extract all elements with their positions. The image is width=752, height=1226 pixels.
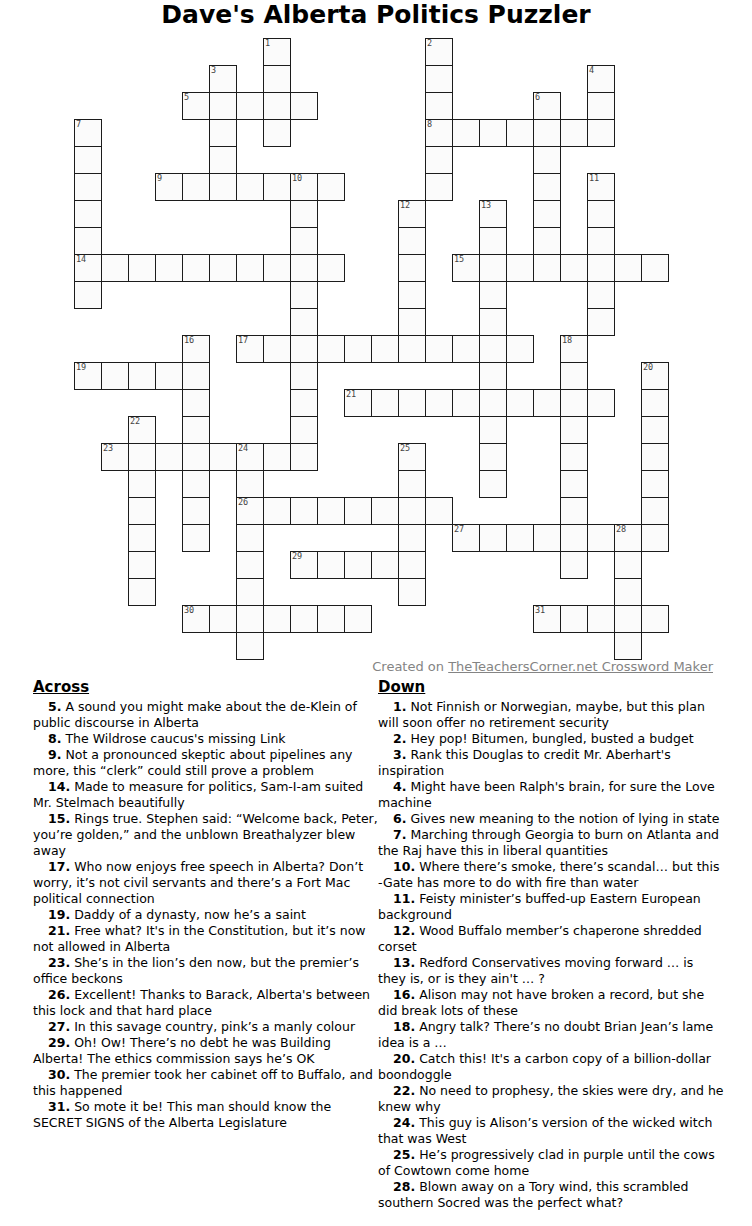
cell-number-22: 22: [130, 417, 140, 426]
cell-number-23: 23: [103, 444, 113, 453]
grid-cell-r2c7: [263, 92, 291, 120]
grid-cell-r17c21: [641, 497, 669, 525]
grid-cell-r8c20: [614, 254, 642, 282]
grid-cell-r8c16: [506, 254, 534, 282]
clue-number: 2.: [393, 731, 406, 746]
clue-number: 16.: [393, 987, 415, 1002]
clue-down-11: 11. Feisty minister’s buffed-up Eastern …: [378, 891, 724, 923]
cell-number-24: 24: [238, 444, 248, 453]
crossword-grid: 1234567891011121314151617181920212223242…: [74, 38, 669, 660]
grid-cell-r20c20: [614, 578, 642, 606]
clue-number: 11.: [393, 891, 415, 906]
grid-cell-r8c12: [398, 254, 426, 282]
grid-cell-r21c8: [290, 605, 318, 633]
clue-down-1: 1. Not Finnish or Norwegian, maybe, but …: [378, 699, 724, 731]
grid-cell-r13c12: [398, 389, 426, 417]
grid-cell-r8c4: [182, 254, 210, 282]
grid-cell-r17c4: [182, 497, 210, 525]
clue-number: 29.: [48, 1035, 70, 1050]
grid-cell-r1c5: 3: [209, 65, 237, 93]
clue-down-12: 12. Wood Buffalo member’s chaperone shre…: [378, 923, 724, 955]
grid-cell-r14c8: [290, 416, 318, 444]
grid-cell-r13c21: [641, 389, 669, 417]
cell-number-10: 10: [292, 174, 302, 183]
grid-cell-r20c2: [128, 578, 156, 606]
grid-cell-r4c0: [74, 146, 102, 174]
cell-number-4: 4: [589, 66, 594, 75]
grid-cell-r7c15: [479, 227, 507, 255]
grid-cell-r3c19: [587, 119, 615, 147]
clue-down-20: 20. Catch this! It's a carbon copy of a …: [378, 1051, 724, 1083]
down-header: Down: [378, 678, 724, 696]
clue-number: 1.: [393, 699, 406, 714]
grid-cell-r20c12: [398, 578, 426, 606]
grid-cell-r8c8: [290, 254, 318, 282]
grid-cell-r8c1: [101, 254, 129, 282]
cell-number-9: 9: [157, 174, 162, 183]
grid-cell-r12c18: [560, 362, 588, 390]
grid-cell-r8c3: [155, 254, 183, 282]
clue-number: 23.: [48, 955, 70, 970]
grid-cell-r17c8: [290, 497, 318, 525]
grid-cell-r15c6: 24: [236, 443, 264, 471]
clue-down-2: 2. Hey pop! Bitumen, bungled, busted a b…: [378, 731, 724, 747]
cell-number-1: 1: [265, 39, 270, 48]
grid-cell-r9c12: [398, 281, 426, 309]
grid-cell-r10c8: [290, 308, 318, 336]
grid-cell-r3c13: 8: [425, 119, 453, 147]
grid-cell-r5c8: 10: [290, 173, 318, 201]
clue-number: 22.: [393, 1083, 415, 1098]
cell-number-8: 8: [427, 120, 432, 129]
grid-cell-r14c4: [182, 416, 210, 444]
cell-number-30: 30: [184, 606, 194, 615]
grid-cell-r16c2: [128, 470, 156, 498]
grid-cell-r12c2: [128, 362, 156, 390]
grid-cell-r7c17: [533, 227, 561, 255]
grid-cell-r5c7: [263, 173, 291, 201]
grid-cell-r12c8: [290, 362, 318, 390]
grid-cell-r13c18: [560, 389, 588, 417]
grid-cell-r15c8: [290, 443, 318, 471]
cell-number-28: 28: [616, 525, 626, 534]
clue-number: 30.: [48, 1067, 70, 1082]
grid-cell-r3c16: [506, 119, 534, 147]
grid-cell-r7c8: [290, 227, 318, 255]
clue-number: 20.: [393, 1051, 415, 1066]
clue-number: 31.: [48, 1099, 70, 1114]
grid-cell-r8c14: 15: [452, 254, 480, 282]
grid-cell-r15c7: [263, 443, 291, 471]
grid-cell-r17c18: [560, 497, 588, 525]
grid-cell-r16c15: [479, 470, 507, 498]
grid-cell-r17c13: [425, 497, 453, 525]
cell-number-27: 27: [454, 525, 464, 534]
grid-cell-r11c15: [479, 335, 507, 363]
grid-cell-r2c5: [209, 92, 237, 120]
clue-number: 18.: [393, 1019, 415, 1034]
grid-cell-r13c16: [506, 389, 534, 417]
clue-down-4: 4. Might have been Ralph's brain, for su…: [378, 779, 724, 811]
grid-cell-r11c16: [506, 335, 534, 363]
cell-number-12: 12: [400, 201, 410, 210]
grid-cell-r14c21: [641, 416, 669, 444]
grid-cell-r11c6: 17: [236, 335, 264, 363]
grid-cell-r6c17: [533, 200, 561, 228]
grid-cell-r18c21: [641, 524, 669, 552]
clue-number: 7.: [393, 827, 406, 842]
grid-cell-r8c21: [641, 254, 669, 282]
clue-number: 12.: [393, 923, 415, 938]
clue-down-24: 24. This guy is Alison’s version of the …: [378, 1115, 724, 1147]
cell-number-14: 14: [76, 255, 86, 264]
clue-number: 24.: [393, 1115, 415, 1130]
clue-down-7: 7. Marching through Georgia to burn on A…: [378, 827, 724, 859]
grid-cell-r12c15: [479, 362, 507, 390]
grid-cell-r18c17: [533, 524, 561, 552]
grid-cell-r22c6: [236, 632, 264, 660]
cell-number-31: 31: [535, 606, 545, 615]
grid-cell-r11c12: [398, 335, 426, 363]
grid-cell-r3c18: [560, 119, 588, 147]
clue-down-10: 10. Where there’s smoke, there’s scandal…: [378, 859, 724, 891]
grid-cell-r18c19: [587, 524, 615, 552]
clue-across-31: 31. So mote it be! This man should know …: [33, 1099, 379, 1131]
grid-cell-r11c7: [263, 335, 291, 363]
grid-cell-r21c20: [614, 605, 642, 633]
grid-cell-r9c15: [479, 281, 507, 309]
grid-cell-r6c8: [290, 200, 318, 228]
grid-cell-r14c15: [479, 416, 507, 444]
grid-cell-r18c4: [182, 524, 210, 552]
grid-cell-r4c17: [533, 146, 561, 174]
grid-cell-r16c6: [236, 470, 264, 498]
grid-cell-r17c10: [344, 497, 372, 525]
grid-cell-r13c15: [479, 389, 507, 417]
clue-number: 21.: [48, 923, 70, 938]
grid-cell-r18c14: 27: [452, 524, 480, 552]
grid-cell-r11c4: 16: [182, 335, 210, 363]
grid-cell-r7c12: [398, 227, 426, 255]
grid-cell-r19c8: 29: [290, 551, 318, 579]
cell-number-19: 19: [76, 363, 86, 372]
grid-cell-r2c13: [425, 92, 453, 120]
grid-cell-r18c15: [479, 524, 507, 552]
grid-cell-r15c5: [209, 443, 237, 471]
grid-cell-r21c5: [209, 605, 237, 633]
grid-cell-r5c4: [182, 173, 210, 201]
grid-cell-r11c14: [452, 335, 480, 363]
grid-cell-r11c18: 18: [560, 335, 588, 363]
grid-cell-r3c0: 7: [74, 119, 102, 147]
grid-cell-r18c20: 28: [614, 524, 642, 552]
grid-cell-r11c13: [425, 335, 453, 363]
clue-number: 10.: [393, 859, 415, 874]
clue-number: 25.: [393, 1147, 415, 1162]
grid-cell-r13c14: [452, 389, 480, 417]
grid-cell-r18c2: [128, 524, 156, 552]
grid-cell-r9c19: [587, 281, 615, 309]
grid-cell-r5c0: [74, 173, 102, 201]
clue-across-15: 15. Rings true. Stephen said: “Welcome b…: [33, 811, 379, 859]
grid-cell-r19c2: [128, 551, 156, 579]
grid-cell-r19c10: [344, 551, 372, 579]
clue-down-16: 16. Alison may not have broken a record,…: [378, 987, 724, 1019]
grid-cell-r13c8: [290, 389, 318, 417]
cell-number-25: 25: [400, 444, 410, 453]
grid-cell-r7c0: [74, 227, 102, 255]
grid-cell-r3c14: [452, 119, 480, 147]
attribution: Created on TheTeachersCorner.net Crosswo…: [0, 659, 713, 674]
cell-number-15: 15: [454, 255, 464, 264]
grid-cell-r5c9: [317, 173, 345, 201]
cell-number-18: 18: [562, 336, 572, 345]
grid-cell-r21c21: [641, 605, 669, 633]
cell-number-17: 17: [238, 336, 248, 345]
grid-cell-r1c13: [425, 65, 453, 93]
grid-cell-r11c10: [344, 335, 372, 363]
down-clue-list: 1. Not Finnish or Norwegian, maybe, but …: [378, 699, 724, 1211]
grid-cell-r13c19: [587, 389, 615, 417]
cell-number-13: 13: [481, 201, 491, 210]
cell-number-21: 21: [346, 390, 356, 399]
clue-down-18: 18. Angry talk? There’s no doubt Brian J…: [378, 1019, 724, 1051]
grid-cell-r18c16: [506, 524, 534, 552]
grid-cell-r16c21: [641, 470, 669, 498]
clue-across-14: 14. Made to measure for politics, Sam-I-…: [33, 779, 379, 811]
grid-cell-r5c5: [209, 173, 237, 201]
clue-number: 14.: [48, 779, 70, 794]
grid-cell-r13c13: [425, 389, 453, 417]
grid-cell-r17c7: [263, 497, 291, 525]
grid-cell-r11c9: [317, 335, 345, 363]
cell-number-29: 29: [292, 552, 302, 561]
grid-cell-r21c17: 31: [533, 605, 561, 633]
grid-cell-r15c3: [155, 443, 183, 471]
grid-cell-r21c7: [263, 605, 291, 633]
grid-cell-r2c4: 5: [182, 92, 210, 120]
clue-across-9: 9. Not a pronounced skeptic about pipeli…: [33, 747, 379, 779]
grid-cell-r15c18: [560, 443, 588, 471]
grid-cell-r8c9: [317, 254, 345, 282]
grid-cell-r15c1: 23: [101, 443, 129, 471]
grid-cell-r4c13: [425, 146, 453, 174]
grid-cell-r21c18: [560, 605, 588, 633]
grid-cell-r8c2: [128, 254, 156, 282]
grid-cell-r5c13: [425, 173, 453, 201]
clue-across-29: 29. Oh! Ow! There’s no debt he was Build…: [33, 1035, 379, 1067]
grid-cell-r21c10: [344, 605, 372, 633]
cell-number-11: 11: [589, 174, 599, 183]
grid-cell-r5c19: 11: [587, 173, 615, 201]
attribution-prefix: Created on: [372, 659, 448, 674]
grid-cell-r17c11: [371, 497, 399, 525]
clue-number: 3.: [393, 747, 406, 762]
grid-cell-r17c9: [317, 497, 345, 525]
grid-cell-r10c19: [587, 308, 615, 336]
grid-cell-r2c19: [587, 92, 615, 120]
clue-number: 19.: [48, 907, 70, 922]
grid-cell-r12c1: [101, 362, 129, 390]
clue-down-6: 6. Gives new meaning to the notion of ly…: [378, 811, 724, 827]
grid-cell-r3c15: [479, 119, 507, 147]
grid-cell-r19c9: [317, 551, 345, 579]
grid-cell-r13c4: [182, 389, 210, 417]
grid-cell-r3c7: [263, 119, 291, 147]
across-clues-section: Across 5. A sound you might make about t…: [33, 678, 379, 1131]
grid-cell-r6c15: 13: [479, 200, 507, 228]
grid-cell-r0c7: 1: [263, 38, 291, 66]
clue-across-27: 27. In this savage country, pink’s a man…: [33, 1019, 379, 1035]
grid-cell-r18c18: [560, 524, 588, 552]
clue-number: 8.: [48, 731, 61, 746]
clue-number: 4.: [393, 779, 406, 794]
grid-cell-r8c6: [236, 254, 264, 282]
grid-cell-r18c12: [398, 524, 426, 552]
clue-across-21: 21. Free what? It's in the Constitution,…: [33, 923, 379, 955]
grid-cell-r2c6: [236, 92, 264, 120]
grid-cell-r13c17: [533, 389, 561, 417]
page-title: Dave's Alberta Politics Puzzler: [0, 0, 752, 30]
grid-cell-r12c21: 20: [641, 362, 669, 390]
clue-across-17: 17. Who now enjoys free speech in Albert…: [33, 859, 379, 907]
grid-cell-r10c15: [479, 308, 507, 336]
clue-number: 28.: [393, 1179, 415, 1194]
grid-cell-r1c19: 4: [587, 65, 615, 93]
across-clue-list: 5. A sound you might make about the de-K…: [33, 699, 379, 1131]
grid-cell-r19c20: [614, 551, 642, 579]
grid-cell-r2c17: 6: [533, 92, 561, 120]
grid-cell-r14c2: 22: [128, 416, 156, 444]
clue-number: 13.: [393, 955, 415, 970]
grid-cell-r17c6: 26: [236, 497, 264, 525]
grid-cell-r22c20: [614, 632, 642, 660]
grid-cell-r12c3: [155, 362, 183, 390]
grid-cell-r10c12: [398, 308, 426, 336]
grid-cell-r2c8: [290, 92, 318, 120]
clue-across-30: 30. The premier took her cabinet off to …: [33, 1067, 379, 1099]
grid-cell-r16c4: [182, 470, 210, 498]
grid-cell-r17c2: [128, 497, 156, 525]
grid-cell-r8c19: [587, 254, 615, 282]
grid-cell-r21c19: [587, 605, 615, 633]
grid-cell-r1c7: [263, 65, 291, 93]
grid-cell-r9c8: [290, 281, 318, 309]
cell-number-16: 16: [184, 336, 194, 345]
grid-cell-r8c17: [533, 254, 561, 282]
grid-cell-r19c12: [398, 551, 426, 579]
grid-cell-r4c5: [209, 146, 237, 174]
grid-cell-r8c5: [209, 254, 237, 282]
grid-cell-r0c13: 2: [425, 38, 453, 66]
grid-cell-r21c6: [236, 605, 264, 633]
grid-cell-r19c11: [371, 551, 399, 579]
clue-down-28: 28. Blown away on a Tory wind, this scra…: [378, 1179, 724, 1211]
cell-number-20: 20: [643, 363, 653, 372]
clue-across-8: 8. The Wildrose caucus's missing Link: [33, 731, 379, 747]
clue-down-3: 3. Rank this Douglas to credit Mr. Aberh…: [378, 747, 724, 779]
grid-cell-r12c0: 19: [74, 362, 102, 390]
grid-cell-r21c4: 30: [182, 605, 210, 633]
grid-cell-r6c19: [587, 200, 615, 228]
clue-number: 6.: [393, 811, 406, 826]
clue-across-19: 19. Daddy of a dynasty, now he’s a saint: [33, 907, 379, 923]
grid-cell-r12c4: [182, 362, 210, 390]
cell-number-3: 3: [211, 66, 216, 75]
cell-number-7: 7: [76, 120, 81, 129]
grid-cell-r9c0: [74, 281, 102, 309]
grid-cell-r11c11: [371, 335, 399, 363]
attribution-link[interactable]: TheTeachersCorner.net Crossword Maker: [448, 659, 713, 674]
clue-down-22: 22. No need to prophesy, the skies were …: [378, 1083, 724, 1115]
across-header: Across: [33, 678, 379, 696]
grid-cell-r19c18: [560, 551, 588, 579]
grid-cell-r8c15: [479, 254, 507, 282]
cell-number-2: 2: [427, 39, 432, 48]
clue-number: 15.: [48, 811, 70, 826]
grid-cell-r15c15: [479, 443, 507, 471]
grid-cell-r5c3: 9: [155, 173, 183, 201]
grid-cell-r15c2: [128, 443, 156, 471]
grid-cell-r6c12: 12: [398, 200, 426, 228]
grid-cell-r5c17: [533, 173, 561, 201]
clue-number: 9.: [48, 747, 61, 762]
grid-cell-r16c12: [398, 470, 426, 498]
grid-cell-r6c0: [74, 200, 102, 228]
grid-cell-r17c12: [398, 497, 426, 525]
clue-across-5: 5. A sound you might make about the de-K…: [33, 699, 379, 731]
grid-cell-r11c8: [290, 335, 318, 363]
grid-cell-r20c6: [236, 578, 264, 606]
grid-cell-r15c12: 25: [398, 443, 426, 471]
clue-number: 26.: [48, 987, 70, 1002]
grid-cell-r8c18: [560, 254, 588, 282]
grid-cell-r5c6: [236, 173, 264, 201]
grid-cell-r13c11: [371, 389, 399, 417]
clue-across-26: 26. Excellent! Thanks to Barack, Alberta…: [33, 987, 379, 1019]
grid-cell-r7c19: [587, 227, 615, 255]
grid-cell-r15c4: [182, 443, 210, 471]
clue-number: 5.: [48, 699, 61, 714]
clue-across-23: 23. She’s in the lion’s den now, but the…: [33, 955, 379, 987]
cell-number-26: 26: [238, 498, 248, 507]
grid-cell-r15c21: [641, 443, 669, 471]
grid-cell-r16c18: [560, 470, 588, 498]
clue-number: 17.: [48, 859, 70, 874]
grid-cell-r18c6: [236, 524, 264, 552]
grid-cell-r19c6: [236, 551, 264, 579]
clue-number: 27.: [48, 1019, 70, 1034]
grid-cell-r14c18: [560, 416, 588, 444]
grid-cell-r8c7: [263, 254, 291, 282]
clue-down-13: 13. Redford Conservatives moving forward…: [378, 955, 724, 987]
grid-cell-r3c17: [533, 119, 561, 147]
clue-down-25: 25. He’s progressively clad in purple un…: [378, 1147, 724, 1179]
down-clues-section: Down 1. Not Finnish or Norwegian, maybe,…: [378, 678, 724, 1211]
grid-cell-r3c5: [209, 119, 237, 147]
grid-cell-r21c9: [317, 605, 345, 633]
grid-cell-r13c10: 21: [344, 389, 372, 417]
grid-cell-r8c0: 14: [74, 254, 102, 282]
cell-number-6: 6: [535, 93, 540, 102]
cell-number-5: 5: [184, 93, 189, 102]
